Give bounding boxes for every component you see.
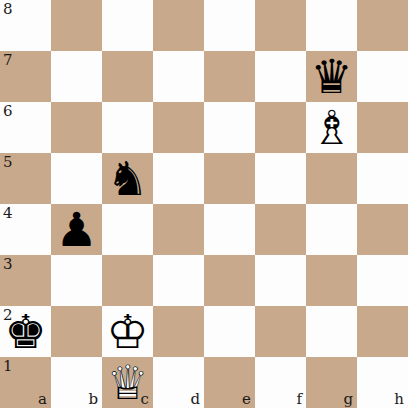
piece-glyph: ♗: [306, 102, 357, 153]
square-g4[interactable]: [306, 204, 357, 255]
rank-label-5: 5: [3, 155, 13, 170]
square-h5[interactable]: [357, 153, 408, 204]
file-label-g: g: [343, 392, 353, 407]
square-e4[interactable]: [204, 204, 255, 255]
square-c1[interactable]: c♛♕: [102, 357, 153, 408]
file-label-a: a: [38, 392, 47, 407]
file-label-h: h: [394, 392, 404, 407]
square-g6[interactable]: ♝♗: [306, 102, 357, 153]
square-a7[interactable]: 7: [0, 51, 51, 102]
square-e7[interactable]: [204, 51, 255, 102]
square-h8[interactable]: [357, 0, 408, 51]
square-e8[interactable]: [204, 0, 255, 51]
square-d1[interactable]: d: [153, 357, 204, 408]
square-f8[interactable]: [255, 0, 306, 51]
square-h7[interactable]: [357, 51, 408, 102]
square-b1[interactable]: b: [51, 357, 102, 408]
square-h3[interactable]: [357, 255, 408, 306]
square-b2[interactable]: [51, 306, 102, 357]
square-d7[interactable]: [153, 51, 204, 102]
square-h4[interactable]: [357, 204, 408, 255]
square-a6[interactable]: 6: [0, 102, 51, 153]
square-c5[interactable]: ♞: [102, 153, 153, 204]
square-f3[interactable]: [255, 255, 306, 306]
square-b8[interactable]: [51, 0, 102, 51]
square-f1[interactable]: f: [255, 357, 306, 408]
square-d3[interactable]: [153, 255, 204, 306]
piece-glyph: ♞: [102, 153, 153, 204]
square-b5[interactable]: [51, 153, 102, 204]
square-e3[interactable]: [204, 255, 255, 306]
square-c6[interactable]: [102, 102, 153, 153]
square-c2[interactable]: ♚♔: [102, 306, 153, 357]
rank-label-2: 2: [3, 308, 13, 323]
square-b7[interactable]: [51, 51, 102, 102]
square-g7[interactable]: ♛: [306, 51, 357, 102]
square-e5[interactable]: [204, 153, 255, 204]
rank-label-1: 1: [3, 359, 13, 374]
square-g1[interactable]: g: [306, 357, 357, 408]
file-label-f: f: [296, 392, 302, 407]
square-a4[interactable]: 4: [0, 204, 51, 255]
square-g3[interactable]: [306, 255, 357, 306]
file-label-e: e: [242, 392, 251, 407]
square-h2[interactable]: [357, 306, 408, 357]
square-b3[interactable]: [51, 255, 102, 306]
rank-label-4: 4: [3, 206, 13, 221]
square-b4[interactable]: ♟: [51, 204, 102, 255]
square-c8[interactable]: [102, 0, 153, 51]
file-label-b: b: [88, 392, 98, 407]
square-e6[interactable]: [204, 102, 255, 153]
square-d8[interactable]: [153, 0, 204, 51]
square-f4[interactable]: [255, 204, 306, 255]
square-b6[interactable]: [51, 102, 102, 153]
square-a2[interactable]: 2♚: [0, 306, 51, 357]
rank-label-8: 8: [3, 2, 13, 17]
square-c4[interactable]: [102, 204, 153, 255]
piece-black-pawn[interactable]: ♟: [51, 204, 102, 255]
square-f5[interactable]: [255, 153, 306, 204]
rank-label-6: 6: [3, 104, 13, 119]
rank-label-3: 3: [3, 257, 13, 272]
square-d6[interactable]: [153, 102, 204, 153]
piece-glyph: ♔: [102, 306, 153, 357]
square-f2[interactable]: [255, 306, 306, 357]
file-label-c: c: [141, 392, 149, 407]
piece-white-king[interactable]: ♚♔: [102, 306, 153, 357]
square-g8[interactable]: [306, 0, 357, 51]
square-a3[interactable]: 3: [0, 255, 51, 306]
square-d2[interactable]: [153, 306, 204, 357]
rank-label-7: 7: [3, 53, 13, 68]
square-d5[interactable]: [153, 153, 204, 204]
square-h1[interactable]: h: [357, 357, 408, 408]
file-label-d: d: [190, 392, 200, 407]
square-e2[interactable]: [204, 306, 255, 357]
piece-glyph: ♟: [51, 204, 102, 255]
square-e1[interactable]: e: [204, 357, 255, 408]
piece-black-knight[interactable]: ♞: [102, 153, 153, 204]
square-g2[interactable]: [306, 306, 357, 357]
square-c3[interactable]: [102, 255, 153, 306]
piece-white-bishop[interactable]: ♝♗: [306, 102, 357, 153]
square-g5[interactable]: [306, 153, 357, 204]
square-f7[interactable]: [255, 51, 306, 102]
square-c7[interactable]: [102, 51, 153, 102]
piece-glyph: ♛: [306, 51, 357, 102]
chess-board: 87♛6♝♗5♞4♟32♚♚♔1abc♛♕defgh: [0, 0, 408, 408]
square-a5[interactable]: 5: [0, 153, 51, 204]
square-d4[interactable]: [153, 204, 204, 255]
square-h6[interactable]: [357, 102, 408, 153]
square-a8[interactable]: 8: [0, 0, 51, 51]
piece-black-queen[interactable]: ♛: [306, 51, 357, 102]
square-a1[interactable]: 1a: [0, 357, 51, 408]
square-f6[interactable]: [255, 102, 306, 153]
